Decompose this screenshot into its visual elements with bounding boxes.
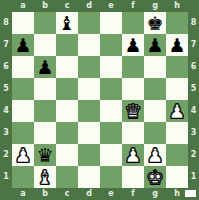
square-e8[interactable]	[100, 12, 122, 34]
rank-label-right-7: 7	[188, 34, 199, 56]
file-label-top-b: b	[34, 0, 56, 12]
square-c7[interactable]	[56, 34, 78, 56]
black-pawn-f7[interactable]: ♟	[122, 34, 144, 56]
file-label-top-d: d	[78, 0, 100, 12]
square-e2[interactable]	[100, 144, 122, 166]
white-pawn-f2[interactable]: ♟	[122, 144, 144, 166]
rank-label-right-2: 2	[188, 144, 199, 166]
square-g5[interactable]	[144, 78, 166, 100]
rank-label-right-5: 5	[188, 78, 199, 100]
square-h3[interactable]	[166, 122, 188, 144]
square-e5[interactable]	[100, 78, 122, 100]
square-b6[interactable]: ♟	[34, 56, 56, 78]
square-f4[interactable]: ♛	[122, 100, 144, 122]
file-label-top-a: a	[12, 0, 34, 12]
square-f8[interactable]	[122, 12, 144, 34]
square-f2[interactable]: ♟	[122, 144, 144, 166]
square-d7[interactable]	[78, 34, 100, 56]
white-pawn-h4[interactable]: ♟	[166, 100, 188, 122]
square-a2[interactable]: ♟	[12, 144, 34, 166]
square-b3[interactable]	[34, 122, 56, 144]
file-label-bottom-d: d	[78, 188, 100, 200]
square-c6[interactable]	[56, 56, 78, 78]
square-d6[interactable]	[78, 56, 100, 78]
chess-board: ♝♚♟♟♟♟♟♛♟♟♛♟♟♝♚	[12, 12, 188, 188]
file-label-top-c: c	[56, 0, 78, 12]
rank-label-left-5: 5	[0, 78, 12, 100]
rank-label-left-6: 6	[0, 56, 12, 78]
square-f7[interactable]: ♟	[122, 34, 144, 56]
square-g6[interactable]	[144, 56, 166, 78]
square-g2[interactable]: ♟	[144, 144, 166, 166]
square-b7[interactable]	[34, 34, 56, 56]
rank-label-left-7: 7	[0, 34, 12, 56]
chess-diagram: abcdefgh abcdefgh 87654321 87654321 ♝♚♟♟…	[0, 0, 199, 200]
black-pawn-a7[interactable]: ♟	[12, 34, 34, 56]
square-d2[interactable]	[78, 144, 100, 166]
square-g8[interactable]: ♚	[144, 12, 166, 34]
square-d8[interactable]	[78, 12, 100, 34]
rank-label-right-3: 3	[188, 122, 199, 144]
square-g4[interactable]	[144, 100, 166, 122]
square-a4[interactable]	[12, 100, 34, 122]
black-bishop-c8[interactable]: ♝	[56, 12, 78, 34]
black-pawn-h7[interactable]: ♟	[166, 34, 188, 56]
file-label-bottom-b: b	[34, 188, 56, 200]
square-b4[interactable]	[34, 100, 56, 122]
square-f5[interactable]	[122, 78, 144, 100]
rank-label-left-2: 2	[0, 144, 12, 166]
square-b2[interactable]: ♛	[34, 144, 56, 166]
file-label-top-h: h	[166, 0, 188, 12]
square-a3[interactable]	[12, 122, 34, 144]
file-label-top-f: f	[122, 0, 144, 12]
black-king-g8[interactable]: ♚	[144, 12, 166, 34]
rank-label-right-1: 1	[188, 166, 199, 188]
square-e6[interactable]	[100, 56, 122, 78]
rank-labels-left: 87654321	[0, 12, 12, 188]
square-d3[interactable]	[78, 122, 100, 144]
square-a7[interactable]: ♟	[12, 34, 34, 56]
square-h8[interactable]	[166, 12, 188, 34]
file-label-top-g: g	[144, 0, 166, 12]
square-c4[interactable]	[56, 100, 78, 122]
square-a8[interactable]	[12, 12, 34, 34]
square-g7[interactable]: ♟	[144, 34, 166, 56]
black-queen-b2[interactable]: ♛	[34, 144, 56, 166]
rank-label-right-8: 8	[188, 12, 199, 34]
square-c1[interactable]	[56, 166, 78, 188]
rank-labels-right: 87654321	[188, 12, 199, 188]
square-e4[interactable]	[100, 100, 122, 122]
white-king-g1[interactable]: ♚	[144, 166, 166, 188]
square-g3[interactable]	[144, 122, 166, 144]
square-f1[interactable]	[122, 166, 144, 188]
square-a1[interactable]	[12, 166, 34, 188]
white-bishop-b1[interactable]: ♝	[34, 166, 56, 188]
square-h1[interactable]	[166, 166, 188, 188]
square-c5[interactable]	[56, 78, 78, 100]
square-e3[interactable]	[100, 122, 122, 144]
square-f6[interactable]	[122, 56, 144, 78]
square-b8[interactable]	[34, 12, 56, 34]
square-a6[interactable]	[12, 56, 34, 78]
file-label-bottom-f: f	[122, 188, 144, 200]
file-label-bottom-a: a	[12, 188, 34, 200]
square-h5[interactable]	[166, 78, 188, 100]
file-labels-bottom: abcdefgh	[12, 188, 188, 200]
square-d4[interactable]	[78, 100, 100, 122]
black-pawn-g7[interactable]: ♟	[144, 34, 166, 56]
rank-label-left-8: 8	[0, 12, 12, 34]
square-c2[interactable]	[56, 144, 78, 166]
square-h2[interactable]	[166, 144, 188, 166]
file-label-top-e: e	[100, 0, 122, 12]
square-d1[interactable]	[78, 166, 100, 188]
file-label-bottom-e: e	[100, 188, 122, 200]
square-a5[interactable]	[12, 78, 34, 100]
rank-label-left-3: 3	[0, 122, 12, 144]
rank-label-left-1: 1	[0, 166, 12, 188]
square-c8[interactable]: ♝	[56, 12, 78, 34]
white-pawn-a2[interactable]: ♟	[12, 144, 34, 166]
square-h7[interactable]: ♟	[166, 34, 188, 56]
square-e1[interactable]	[100, 166, 122, 188]
square-d5[interactable]	[78, 78, 100, 100]
rank-label-left-4: 4	[0, 100, 12, 122]
white-queen-f4[interactable]: ♛	[122, 100, 144, 122]
square-b1[interactable]: ♝	[34, 166, 56, 188]
rank-label-right-4: 4	[188, 100, 199, 122]
file-label-bottom-c: c	[56, 188, 78, 200]
square-e7[interactable]	[100, 34, 122, 56]
white-pawn-g2[interactable]: ♟	[144, 144, 166, 166]
file-label-bottom-g: g	[144, 188, 166, 200]
square-h6[interactable]	[166, 56, 188, 78]
square-b5[interactable]	[34, 78, 56, 100]
rank-label-right-6: 6	[188, 56, 199, 78]
black-pawn-b6[interactable]: ♟	[34, 56, 56, 78]
square-g1[interactable]: ♚	[144, 166, 166, 188]
file-labels-top: abcdefgh	[12, 0, 188, 12]
square-h4[interactable]: ♟	[166, 100, 188, 122]
square-f3[interactable]	[122, 122, 144, 144]
white-to-move-indicator	[185, 190, 196, 197]
square-c3[interactable]	[56, 122, 78, 144]
